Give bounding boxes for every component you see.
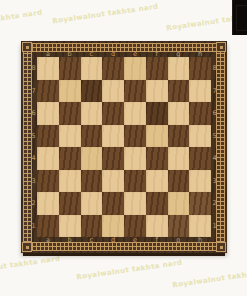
square-a5 [37, 125, 59, 148]
square-g7 [168, 80, 190, 103]
square-g6 [168, 102, 190, 125]
rank-label-left-4: 4 [30, 147, 37, 170]
files-bottom: abcdefgh [37, 237, 211, 244]
rank-label-right-3: 3 [211, 170, 218, 193]
square-b7 [59, 80, 81, 103]
file-label-top-f: f [146, 51, 168, 58]
file-label-top-b: b [59, 51, 81, 58]
file-label-bottom-f: f [146, 237, 168, 244]
file-label-top-e: e [124, 51, 146, 58]
square-f3 [146, 170, 168, 193]
square-e4 [124, 147, 146, 170]
square-d2 [102, 192, 124, 215]
file-label-top-g: g [168, 51, 190, 58]
square-f1 [146, 215, 168, 238]
square-h4 [189, 147, 211, 170]
rank-label-right-6: 6 [211, 102, 218, 125]
border-corner-rosette [22, 242, 32, 252]
square-f5 [146, 125, 168, 148]
square-f8 [146, 57, 168, 80]
rank-label-left-5: 5 [30, 125, 37, 148]
square-c8 [81, 57, 103, 80]
rank-label-left-3: 3 [30, 170, 37, 193]
square-d3 [102, 170, 124, 193]
square-b3 [59, 170, 81, 193]
file-label-bottom-h: h [189, 237, 211, 244]
square-h6 [189, 102, 211, 125]
square-c7 [81, 80, 103, 103]
files-top: abcdefgh [37, 51, 211, 58]
ranks-left: 87654321 [30, 57, 37, 237]
square-b1 [59, 215, 81, 238]
square-c6 [81, 102, 103, 125]
ranks-right: 87654321 [211, 57, 218, 237]
square-a6 [37, 102, 59, 125]
square-a3 [37, 170, 59, 193]
border-corner-rosette [22, 42, 32, 52]
rank-label-left-7: 7 [30, 80, 37, 103]
chess-board: abcdefgh abcdefgh 87654321 87654321 [21, 41, 227, 253]
watermark-text: Royalwalnut takhta nard [76, 259, 183, 282]
square-g4 [168, 147, 190, 170]
square-h3 [189, 170, 211, 193]
file-label-top-a: a [37, 51, 59, 58]
product-photo-scene: Royalwalnut takhta nard Royalwalnut takh… [0, 0, 247, 296]
file-label-bottom-e: e [124, 237, 146, 244]
square-b2 [59, 192, 81, 215]
border-corner-rosette [216, 242, 226, 252]
square-f6 [146, 102, 168, 125]
square-c1 [81, 215, 103, 238]
square-h7 [189, 80, 211, 103]
square-c5 [81, 125, 103, 148]
square-b5 [59, 125, 81, 148]
file-label-bottom-d: d [102, 237, 124, 244]
file-label-bottom-a: a [37, 237, 59, 244]
square-g2 [168, 192, 190, 215]
watermark-text: Royalwalnut takhta nard [52, 3, 159, 26]
board-grid [37, 57, 211, 237]
watermark-text: Royalwalnut takhta nard [0, 9, 43, 32]
file-label-bottom-g: g [168, 237, 190, 244]
file-label-bottom-c: c [81, 237, 103, 244]
square-h5 [189, 125, 211, 148]
square-a8 [37, 57, 59, 80]
square-a1 [37, 215, 59, 238]
watermark-text: Royalwalnut takhta nard [0, 255, 61, 278]
square-g1 [168, 215, 190, 238]
square-d8 [102, 57, 124, 80]
square-e3 [124, 170, 146, 193]
rank-label-right-1: 1 [211, 215, 218, 238]
square-d5 [102, 125, 124, 148]
square-a4 [37, 147, 59, 170]
square-d6 [102, 102, 124, 125]
square-b8 [59, 57, 81, 80]
square-e8 [124, 57, 146, 80]
square-g8 [168, 57, 190, 80]
file-label-top-h: h [189, 51, 211, 58]
rank-label-right-5: 5 [211, 125, 218, 148]
square-e1 [124, 215, 146, 238]
rank-label-right-2: 2 [211, 192, 218, 215]
watermark-text: Royalwalnut takhta nard [172, 267, 247, 290]
file-label-bottom-b: b [59, 237, 81, 244]
square-a2 [37, 192, 59, 215]
square-e5 [124, 125, 146, 148]
file-label-top-d: d [102, 51, 124, 58]
square-c3 [81, 170, 103, 193]
square-d7 [102, 80, 124, 103]
rank-label-left-6: 6 [30, 102, 37, 125]
square-e7 [124, 80, 146, 103]
rank-label-right-4: 4 [211, 147, 218, 170]
square-g3 [168, 170, 190, 193]
rank-label-left-1: 1 [30, 215, 37, 238]
square-g5 [168, 125, 190, 148]
square-a7 [37, 80, 59, 103]
square-f2 [146, 192, 168, 215]
square-b6 [59, 102, 81, 125]
square-b4 [59, 147, 81, 170]
square-h2 [189, 192, 211, 215]
square-e2 [124, 192, 146, 215]
square-d4 [102, 147, 124, 170]
square-e6 [124, 102, 146, 125]
square-f7 [146, 80, 168, 103]
rank-label-right-8: 8 [211, 57, 218, 80]
square-d1 [102, 215, 124, 238]
file-label-top-c: c [81, 51, 103, 58]
border-corner-rosette [216, 42, 226, 52]
rank-label-left-8: 8 [30, 57, 37, 80]
square-c4 [81, 147, 103, 170]
rank-label-right-7: 7 [211, 80, 218, 103]
rank-label-left-2: 2 [30, 192, 37, 215]
square-c2 [81, 192, 103, 215]
square-h1 [189, 215, 211, 238]
square-f4 [146, 147, 168, 170]
square-h8 [189, 57, 211, 80]
cropped-corner-thumbnail [232, 0, 247, 35]
